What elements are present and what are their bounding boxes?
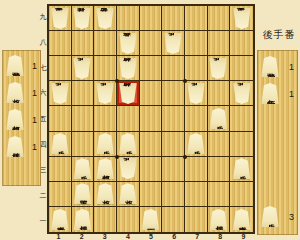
square-6七[interactable] [162,56,185,81]
file-labels: 123456789 [47,233,255,240]
square-8七[interactable]: 歩兵 [208,56,231,81]
hand-row-silver: 銀将1 [6,109,37,130]
square-1一[interactable]: 香車 [49,207,72,232]
square-8四[interactable] [208,132,231,157]
gote-lance[interactable]: 香車 [51,209,69,230]
file-label: 8 [209,233,232,240]
square-8三[interactable] [208,157,231,182]
hand-count: 1 [32,115,37,125]
square-6一[interactable] [162,207,185,232]
hand-count: 1 [32,88,37,98]
file-label: 5 [139,233,162,240]
square-9九[interactable]: 香車 [230,6,253,31]
square-2九[interactable]: 桂馬 [72,6,95,31]
gote-pawn[interactable]: 歩兵 [73,158,91,179]
file-label: 6 [163,233,186,240]
gote-gold[interactable]: 金将 [96,183,114,204]
square-6九[interactable] [162,6,185,31]
square-4七[interactable]: 銀将 [117,56,140,81]
square-1二[interactable] [49,182,72,207]
square-7七[interactable] [185,56,208,81]
sente-captured-stand: 飛車1金将1銀将1桂馬1 [2,50,41,186]
gote-captured-stand: 飛車1角行1歩兵3 [257,50,298,235]
square-2一[interactable]: 桂馬 [72,207,95,232]
hoshi-dot [183,79,187,83]
hoshi-dot [115,79,119,83]
square-3三[interactable]: 銀将 [94,157,117,182]
gote-gold-in-hand[interactable]: 金将 [6,82,24,103]
shogi-app: { "game": "shogi", "position": { "sfen":… [0,0,300,240]
square-7八[interactable] [185,31,208,56]
square-9八[interactable] [230,31,253,56]
hand-count: 1 [32,142,37,152]
square-3六[interactable]: 歩兵 [94,81,117,106]
file-label: 3 [93,233,116,240]
file-label: 7 [186,233,209,240]
square-2三[interactable]: 歩兵 [72,157,95,182]
square-6五[interactable] [162,106,185,131]
board: 香車桂馬玉将香車金将歩兵歩兵銀将歩兵歩兵歩兵銀将歩兵歩兵歩兵歩兵歩兵歩兵歩兵歩兵… [47,4,255,234]
square-9一[interactable]: 香車 [230,207,253,232]
gote-knight[interactable]: 桂馬 [73,209,91,230]
hoshi-dot [115,155,119,159]
square-2二[interactable]: 王将 [72,182,95,207]
hand-count: 1 [289,89,294,99]
square-2五[interactable] [72,106,95,131]
sente-pawn[interactable]: 歩兵 [164,33,182,54]
rank-label: 九 [39,4,47,30]
square-8二[interactable] [208,182,231,207]
square-9六[interactable]: 歩兵 [230,81,253,106]
sente-pawn[interactable]: 歩兵 [233,83,251,104]
square-5六[interactable] [140,81,163,106]
square-9三[interactable]: 歩兵 [230,157,253,182]
sente-knight[interactable]: 桂馬 [73,8,91,29]
rank-label: 二 [39,183,47,209]
square-4六[interactable]: 銀将 [117,81,140,106]
gote-lance[interactable]: 香車 [233,209,251,230]
square-7三[interactable] [185,157,208,182]
gote-knight-in-hand[interactable]: 桂馬 [6,136,24,157]
sente-lance[interactable]: 香車 [233,8,251,29]
square-1六[interactable]: 歩兵 [49,81,72,106]
gote-pawn[interactable]: 歩兵 [96,133,114,154]
gote-silver-in-hand[interactable]: 銀将 [6,109,24,130]
square-7六[interactable]: 歩兵 [185,81,208,106]
square-6六[interactable] [162,81,185,106]
square-1五[interactable] [49,106,72,131]
hand-row-rook: 飛車1 [6,55,37,76]
sente-gold[interactable]: 金将 [119,33,137,54]
gote-promoted-bishop[interactable]: 馬 [141,209,159,230]
sente-silver[interactable]: 銀将 [119,58,137,79]
square-5二[interactable] [140,182,163,207]
square-5八[interactable] [140,31,163,56]
turn-indicator: 後手番 [259,28,299,42]
sente-pawn[interactable]: 歩兵 [73,58,91,79]
square-6四[interactable] [162,132,185,157]
square-1八[interactable] [49,31,72,56]
square-9二[interactable] [230,182,253,207]
hand-row-gold: 金将1 [6,82,37,103]
square-5三[interactable] [140,157,163,182]
rank-label: 一 [39,209,47,235]
hoshi-dot [183,155,187,159]
gote-rook-in-hand[interactable]: 飛車 [261,56,279,77]
hand-row-knight: 桂馬1 [6,136,37,157]
square-2八[interactable] [72,31,95,56]
square-3九[interactable]: 玉将 [94,6,117,31]
square-3二[interactable]: 金将 [94,182,117,207]
square-8八[interactable] [208,31,231,56]
square-6八[interactable]: 歩兵 [162,31,185,56]
square-8五[interactable]: 歩兵 [208,106,231,131]
square-4三[interactable]: 歩兵 [117,157,140,182]
hand-row-pawn: 歩兵3 [261,206,294,227]
sente-pawn[interactable]: 歩兵 [51,83,69,104]
sente-king[interactable]: 玉将 [96,8,114,29]
square-2七[interactable]: 歩兵 [72,56,95,81]
square-5四[interactable] [140,132,163,157]
square-3一[interactable] [94,207,117,232]
square-3八[interactable] [94,31,117,56]
hand-row-rook: 飛車1 [261,56,294,77]
sente-pawn[interactable]: 歩兵 [187,83,205,104]
square-3四[interactable]: 歩兵 [94,132,117,157]
square-5九[interactable] [140,6,163,31]
square-7九[interactable] [185,6,208,31]
file-label: 9 [232,233,255,240]
square-1四[interactable]: 歩兵 [49,132,72,157]
square-4一[interactable] [117,207,140,232]
gote-bishop-in-hand[interactable]: 角行 [261,83,279,104]
square-5七[interactable] [140,56,163,81]
hand-count: 1 [32,61,37,71]
square-7二[interactable] [185,182,208,207]
sente-pawn[interactable]: 歩兵 [96,83,114,104]
hand-count: 1 [289,62,294,72]
square-6三[interactable] [162,157,185,182]
square-2四[interactable] [72,132,95,157]
square-2六[interactable] [72,81,95,106]
sente-pawn[interactable]: 歩兵 [119,158,137,179]
square-5一[interactable]: 馬 [140,207,163,232]
square-3七[interactable] [94,56,117,81]
sente-pawn[interactable]: 歩兵 [209,58,227,79]
square-8六[interactable] [208,81,231,106]
square-5五[interactable] [140,106,163,131]
square-6二[interactable] [162,182,185,207]
square-1七[interactable] [49,56,72,81]
gote-knight[interactable]: 桂馬 [209,209,227,230]
square-1九[interactable]: 香車 [49,6,72,31]
square-8九[interactable] [208,6,231,31]
square-4四[interactable]: 歩兵 [117,132,140,157]
gote-pawn[interactable]: 歩兵 [209,108,227,129]
gote-rook-in-hand[interactable]: 飛車 [6,55,24,76]
sente-lance[interactable]: 香車 [51,8,69,29]
square-4九[interactable] [117,6,140,31]
square-7五[interactable] [185,106,208,131]
square-8一[interactable]: 桂馬 [208,207,231,232]
square-4五[interactable] [117,106,140,131]
gote-pawn[interactable]: 歩兵 [119,133,137,154]
hand-row-bishop: 角行1 [261,83,294,104]
file-label: 4 [116,233,139,240]
square-9七[interactable] [230,56,253,81]
gote-pawn-in-hand[interactable]: 歩兵 [261,206,279,227]
square-3五[interactable] [94,106,117,131]
square-9四[interactable] [230,132,253,157]
square-1三[interactable] [49,157,72,182]
file-label: 1 [47,233,70,240]
sente-silver[interactable]: 銀将 [119,83,137,104]
square-4二[interactable]: 金将 [117,182,140,207]
gote-king[interactable]: 王将 [73,183,91,204]
square-7一[interactable] [185,207,208,232]
gote-silver[interactable]: 銀将 [96,158,114,179]
hand-count: 3 [289,212,294,222]
file-label: 2 [70,233,93,240]
square-4八[interactable]: 金将 [117,31,140,56]
square-9五[interactable] [230,106,253,131]
gote-gold[interactable]: 金将 [119,183,137,204]
gote-pawn[interactable]: 歩兵 [51,133,69,154]
square-7四[interactable]: 歩兵 [185,132,208,157]
gote-pawn[interactable]: 歩兵 [187,133,205,154]
gote-pawn[interactable]: 歩兵 [233,158,251,179]
